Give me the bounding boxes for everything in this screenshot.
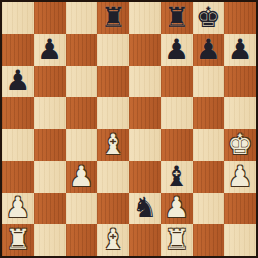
black-rook-f8-piece[interactable]: ♜ (161, 2, 193, 34)
square-h6[interactable] (224, 66, 256, 98)
square-d2[interactable] (97, 193, 129, 225)
square-g2[interactable] (193, 193, 225, 225)
square-g7[interactable]: ♟ (193, 34, 225, 66)
white-bishop-d4-piece[interactable]: ♝ (97, 129, 129, 161)
black-bishop-f3-piece[interactable]: ♝ (161, 161, 193, 193)
square-e8[interactable] (129, 2, 161, 34)
black-pawn-b7-piece[interactable]: ♟ (34, 34, 66, 66)
square-a3[interactable] (2, 161, 34, 193)
square-b4[interactable] (34, 129, 66, 161)
square-h7[interactable]: ♟ (224, 34, 256, 66)
white-pawn-h3-piece[interactable]: ♟ (224, 161, 256, 193)
white-pawn-c3-piece[interactable]: ♟ (66, 161, 98, 193)
square-b1[interactable] (34, 224, 66, 256)
square-h4[interactable]: ♚ (224, 129, 256, 161)
white-pawn-f2-piece[interactable]: ♟ (161, 193, 193, 225)
square-g4[interactable] (193, 129, 225, 161)
square-b5[interactable] (34, 97, 66, 129)
square-c8[interactable] (66, 2, 98, 34)
square-f7[interactable]: ♟ (161, 34, 193, 66)
square-b2[interactable] (34, 193, 66, 225)
square-e4[interactable] (129, 129, 161, 161)
square-e1[interactable] (129, 224, 161, 256)
chess-board: ♜♜♚♟♟♟♟♟♝♚♟♝♟♟♞♟♜♝♜ (2, 2, 256, 256)
square-e2[interactable]: ♞ (129, 193, 161, 225)
square-d4[interactable]: ♝ (97, 129, 129, 161)
black-pawn-a6-piece[interactable]: ♟ (2, 66, 34, 98)
square-e6[interactable] (129, 66, 161, 98)
square-a8[interactable] (2, 2, 34, 34)
square-c7[interactable] (66, 34, 98, 66)
square-f2[interactable]: ♟ (161, 193, 193, 225)
black-pawn-f7-piece[interactable]: ♟ (161, 34, 193, 66)
square-a1[interactable]: ♜ (2, 224, 34, 256)
square-b6[interactable] (34, 66, 66, 98)
square-g3[interactable] (193, 161, 225, 193)
square-g6[interactable] (193, 66, 225, 98)
black-pawn-g7-piece[interactable]: ♟ (193, 34, 225, 66)
square-c5[interactable] (66, 97, 98, 129)
square-d5[interactable] (97, 97, 129, 129)
square-a7[interactable] (2, 34, 34, 66)
square-f8[interactable]: ♜ (161, 2, 193, 34)
square-f6[interactable] (161, 66, 193, 98)
square-e5[interactable] (129, 97, 161, 129)
square-d6[interactable] (97, 66, 129, 98)
square-f5[interactable] (161, 97, 193, 129)
square-f1[interactable]: ♜ (161, 224, 193, 256)
square-a4[interactable] (2, 129, 34, 161)
square-e7[interactable] (129, 34, 161, 66)
square-b3[interactable] (34, 161, 66, 193)
square-h5[interactable] (224, 97, 256, 129)
square-b8[interactable] (34, 2, 66, 34)
square-d1[interactable]: ♝ (97, 224, 129, 256)
square-b7[interactable]: ♟ (34, 34, 66, 66)
square-h1[interactable] (224, 224, 256, 256)
black-rook-d8-piece[interactable]: ♜ (97, 2, 129, 34)
square-c1[interactable] (66, 224, 98, 256)
square-c3[interactable]: ♟ (66, 161, 98, 193)
black-knight-e2-piece[interactable]: ♞ (129, 193, 161, 225)
white-king-h4-piece[interactable]: ♚ (224, 129, 256, 161)
square-g8[interactable]: ♚ (193, 2, 225, 34)
black-pawn-h7-piece[interactable]: ♟ (224, 34, 256, 66)
square-f4[interactable] (161, 129, 193, 161)
square-g5[interactable] (193, 97, 225, 129)
square-f3[interactable]: ♝ (161, 161, 193, 193)
square-e3[interactable] (129, 161, 161, 193)
black-king-g8-piece[interactable]: ♚ (193, 2, 225, 34)
square-h3[interactable]: ♟ (224, 161, 256, 193)
square-h8[interactable] (224, 2, 256, 34)
square-a5[interactable] (2, 97, 34, 129)
white-pawn-a2-piece[interactable]: ♟ (2, 193, 34, 225)
square-a6[interactable]: ♟ (2, 66, 34, 98)
square-c2[interactable] (66, 193, 98, 225)
square-c6[interactable] (66, 66, 98, 98)
square-c4[interactable] (66, 129, 98, 161)
white-rook-a1-piece[interactable]: ♜ (2, 224, 34, 256)
square-d8[interactable]: ♜ (97, 2, 129, 34)
square-g1[interactable] (193, 224, 225, 256)
white-rook-f1-piece[interactable]: ♜ (161, 224, 193, 256)
square-d3[interactable] (97, 161, 129, 193)
square-a2[interactable]: ♟ (2, 193, 34, 225)
chess-board-frame: ♜♜♚♟♟♟♟♟♝♚♟♝♟♟♞♟♜♝♜ (0, 0, 258, 258)
square-h2[interactable] (224, 193, 256, 225)
square-d7[interactable] (97, 34, 129, 66)
white-bishop-d1-piece[interactable]: ♝ (97, 224, 129, 256)
